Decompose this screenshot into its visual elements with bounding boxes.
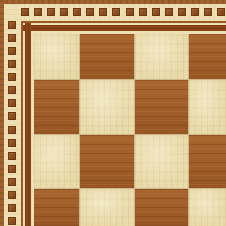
board-square-r1c1[interactable] [34,34,79,79]
border-dot-left-2 [8,21,16,29]
inlay-line-horizontal [21,21,226,23]
border-dot-left-9 [8,112,16,120]
border-dot-top-3 [34,8,42,16]
board-square-r4c2[interactable] [80,189,134,226]
border-dot-top-14 [178,8,186,16]
board-grid [34,34,226,226]
border-dot-top-5 [60,8,68,16]
board-square-r3c2[interactable] [80,135,134,188]
border-dot-left-8 [8,99,16,107]
board-square-r4c4[interactable] [189,189,226,226]
border-dot-top-8 [99,8,107,16]
border-dot-top-7 [86,8,94,16]
border-dot-top-6 [73,8,81,16]
border-dot-left-5 [8,60,16,68]
board-square-r1c3[interactable] [135,34,188,79]
border-dot-top-11 [139,8,147,16]
board-square-r2c4[interactable] [189,80,226,134]
chessboard-corner-photo [0,0,226,226]
board-square-r3c1[interactable] [34,135,79,188]
dot-inlay-border-top [4,4,226,21]
board-square-r4c1[interactable] [34,189,79,226]
border-dot-left-14 [8,178,16,186]
border-dot-top-2 [21,8,29,16]
board-square-r2c3[interactable] [135,80,188,134]
border-dot-left-3 [8,34,16,42]
dot-inlay-border-left [4,4,21,226]
border-dot-top-17 [217,8,225,16]
border-dot-top-12 [152,8,160,16]
border-dot-left-7 [8,86,16,94]
border-dot-top-4 [47,8,55,16]
board-frame-top [23,25,226,31]
board-square-r3c3[interactable] [135,135,188,188]
board-frame-left [25,23,31,226]
border-dot-left-11 [8,139,16,147]
border-dot-top-13 [165,8,173,16]
board-square-r2c2[interactable] [80,80,134,134]
board-square-r4c3[interactable] [135,189,188,226]
border-dot-left-10 [8,126,16,134]
board-square-r2c1[interactable] [34,80,79,134]
border-dot-left-13 [8,165,16,173]
border-dot-top-15 [191,8,199,16]
border-dot-left-12 [8,152,16,160]
board-square-r3c4[interactable] [189,135,226,188]
border-dot-top-16 [204,8,212,16]
border-dot-left-6 [8,73,16,81]
border-dot-left-4 [8,47,16,55]
border-dot-top-10 [126,8,134,16]
border-dot-top-9 [112,8,120,16]
inlay-line-vertical [21,21,23,226]
border-dot-left-17 [8,217,16,225]
border-dot-left-15 [8,191,16,199]
board-square-r1c4[interactable] [189,34,226,79]
board-square-r1c2[interactable] [80,34,134,79]
border-dot-left-16 [8,204,16,212]
